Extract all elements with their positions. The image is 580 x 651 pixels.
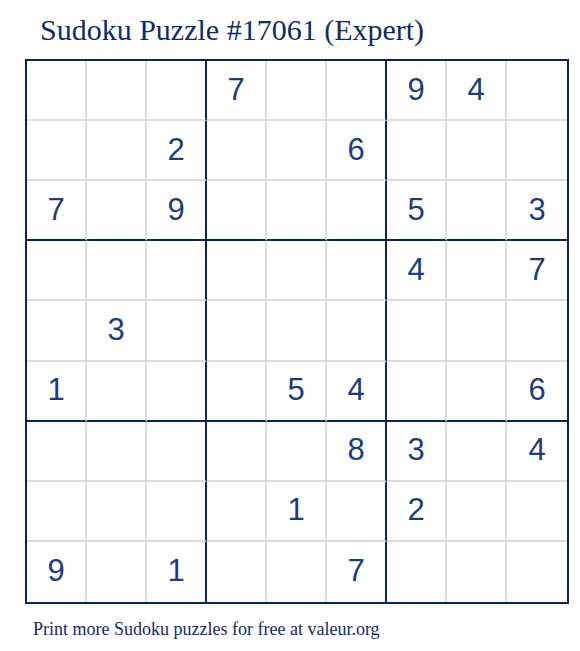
given-digit: 5 — [287, 374, 304, 405]
sudoku-cell-r9c8[interactable] — [447, 542, 507, 602]
sudoku-cell-r7c1[interactable] — [27, 422, 87, 482]
given-digit: 4 — [528, 434, 545, 465]
sudoku-cell-r4c1[interactable] — [27, 241, 87, 301]
sudoku-cell-r6c2[interactable] — [87, 362, 147, 422]
given-digit: 6 — [347, 134, 364, 165]
sudoku-cell-r3c4[interactable] — [207, 181, 267, 241]
sudoku-cell-r4c5[interactable] — [267, 241, 327, 301]
sudoku-cell-r3c3[interactable]: 9 — [147, 181, 207, 241]
given-digit: 7 — [227, 74, 244, 105]
sudoku-cell-r5c8[interactable] — [447, 301, 507, 361]
given-digit: 9 — [167, 194, 184, 225]
sudoku-cell-r7c4[interactable] — [207, 422, 267, 482]
sudoku-cell-r3c9[interactable]: 3 — [507, 181, 567, 241]
sudoku-cell-r3c6[interactable] — [327, 181, 387, 241]
given-digit: 7 — [528, 254, 545, 285]
given-digit: 7 — [347, 555, 364, 586]
sudoku-cell-r1c9[interactable] — [507, 61, 567, 121]
sudoku-cell-r2c3[interactable]: 2 — [147, 121, 207, 181]
sudoku-cell-r6c3[interactable] — [147, 362, 207, 422]
sudoku-cell-r6c6[interactable]: 4 — [327, 362, 387, 422]
sudoku-cell-r2c1[interactable] — [27, 121, 87, 181]
page-title: Sudoku Puzzle #17061 (Expert) — [40, 13, 580, 47]
sudoku-cell-r2c7[interactable] — [387, 121, 447, 181]
given-digit: 3 — [407, 434, 424, 465]
given-digit: 1 — [287, 494, 304, 525]
sudoku-cell-r1c2[interactable] — [87, 61, 147, 121]
sudoku-cell-r9c7[interactable] — [387, 542, 447, 602]
given-digit: 4 — [347, 374, 364, 405]
sudoku-cell-r9c2[interactable] — [87, 542, 147, 602]
sudoku-cell-r7c8[interactable] — [447, 422, 507, 482]
sudoku-cell-r4c3[interactable] — [147, 241, 207, 301]
sudoku-cell-r3c8[interactable] — [447, 181, 507, 241]
sudoku-cell-r1c6[interactable] — [327, 61, 387, 121]
sudoku-cell-r7c2[interactable] — [87, 422, 147, 482]
sudoku-cell-r4c6[interactable] — [327, 241, 387, 301]
sudoku-page: Sudoku Puzzle #17061 (Expert) 7942679534… — [0, 13, 580, 651]
sudoku-cell-r1c4[interactable]: 7 — [207, 61, 267, 121]
sudoku-cell-r8c4[interactable] — [207, 482, 267, 542]
given-digit: 8 — [347, 434, 364, 465]
sudoku-cell-r3c7[interactable]: 5 — [387, 181, 447, 241]
given-digit: 9 — [407, 74, 424, 105]
sudoku-cell-r1c8[interactable]: 4 — [447, 61, 507, 121]
sudoku-cell-r3c1[interactable]: 7 — [27, 181, 87, 241]
sudoku-cell-r8c2[interactable] — [87, 482, 147, 542]
sudoku-cell-r8c1[interactable] — [27, 482, 87, 542]
sudoku-cell-r8c7[interactable]: 2 — [387, 482, 447, 542]
sudoku-cell-r5c4[interactable] — [207, 301, 267, 361]
sudoku-cell-r2c4[interactable] — [207, 121, 267, 181]
given-digit: 1 — [47, 374, 64, 405]
given-digit: 3 — [107, 314, 124, 345]
sudoku-board: 794267953473154683412917 — [25, 59, 569, 604]
footer-text: Print more Sudoku puzzles for free at va… — [33, 618, 580, 640]
sudoku-cell-r7c6[interactable]: 8 — [327, 422, 387, 482]
sudoku-cell-r4c9[interactable]: 7 — [507, 241, 567, 301]
sudoku-cell-r2c8[interactable] — [447, 121, 507, 181]
sudoku-cell-r5c7[interactable] — [387, 301, 447, 361]
given-digit: 2 — [407, 494, 424, 525]
sudoku-cell-r1c7[interactable]: 9 — [387, 61, 447, 121]
sudoku-cell-r9c3[interactable]: 1 — [147, 542, 207, 602]
given-digit: 7 — [47, 194, 64, 225]
sudoku-cell-r5c2[interactable]: 3 — [87, 301, 147, 361]
given-digit: 9 — [47, 555, 64, 586]
sudoku-cell-r7c7[interactable]: 3 — [387, 422, 447, 482]
sudoku-cell-r6c1[interactable]: 1 — [27, 362, 87, 422]
sudoku-cell-r6c7[interactable] — [387, 362, 447, 422]
sudoku-cell-r9c9[interactable] — [507, 542, 567, 602]
sudoku-cell-r8c3[interactable] — [147, 482, 207, 542]
given-digit: 1 — [167, 555, 184, 586]
sudoku-cell-r6c8[interactable] — [447, 362, 507, 422]
sudoku-cell-r1c5[interactable] — [267, 61, 327, 121]
sudoku-cell-r6c9[interactable]: 6 — [507, 362, 567, 422]
sudoku-cell-r8c8[interactable] — [447, 482, 507, 542]
given-digit: 6 — [528, 374, 545, 405]
sudoku-cell-r8c6[interactable] — [327, 482, 387, 542]
sudoku-cell-r8c9[interactable] — [507, 482, 567, 542]
sudoku-cell-r5c9[interactable] — [507, 301, 567, 361]
given-digit: 2 — [167, 134, 184, 165]
sudoku-cell-r5c6[interactable] — [327, 301, 387, 361]
sudoku-cell-r1c1[interactable] — [27, 61, 87, 121]
sudoku-cell-r1c3[interactable] — [147, 61, 207, 121]
given-digit: 3 — [528, 194, 545, 225]
sudoku-cell-r5c1[interactable] — [27, 301, 87, 361]
sudoku-cell-r7c9[interactable]: 4 — [507, 422, 567, 482]
sudoku-cell-r9c4[interactable] — [207, 542, 267, 602]
sudoku-cell-r9c5[interactable] — [267, 542, 327, 602]
sudoku-cell-r6c4[interactable] — [207, 362, 267, 422]
sudoku-cell-r5c3[interactable] — [147, 301, 207, 361]
sudoku-cell-r2c6[interactable]: 6 — [327, 121, 387, 181]
sudoku-cell-r7c3[interactable] — [147, 422, 207, 482]
sudoku-cell-r8c5[interactable]: 1 — [267, 482, 327, 542]
sudoku-cell-r6c5[interactable]: 5 — [267, 362, 327, 422]
sudoku-cell-r4c4[interactable] — [207, 241, 267, 301]
sudoku-cell-r4c2[interactable] — [87, 241, 147, 301]
sudoku-cell-r9c1[interactable]: 9 — [27, 542, 87, 602]
sudoku-cell-r5c5[interactable] — [267, 301, 327, 361]
sudoku-cell-r4c7[interactable]: 4 — [387, 241, 447, 301]
given-digit: 4 — [407, 254, 424, 285]
sudoku-cell-r2c5[interactable] — [267, 121, 327, 181]
sudoku-cell-r3c5[interactable] — [267, 181, 327, 241]
sudoku-cell-r9c6[interactable]: 7 — [327, 542, 387, 602]
given-digit: 5 — [407, 194, 424, 225]
sudoku-cell-r2c9[interactable] — [507, 121, 567, 181]
sudoku-cell-r3c2[interactable] — [87, 181, 147, 241]
sudoku-cell-r7c5[interactable] — [267, 422, 327, 482]
sudoku-cell-r4c8[interactable] — [447, 241, 507, 301]
given-digit: 4 — [467, 74, 484, 105]
sudoku-cell-r2c2[interactable] — [87, 121, 147, 181]
